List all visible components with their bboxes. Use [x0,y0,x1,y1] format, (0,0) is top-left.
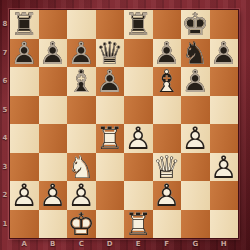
piece-black-rook: ♜♖ [124,10,153,39]
rank-label-2: 2 [0,181,10,210]
rank-label-3: 3 [0,153,10,182]
square-c5[interactable] [67,96,96,125]
square-h3[interactable]: ♟♙ [210,153,239,182]
rank-label-7: 7 [0,39,10,68]
board: ♜♖♜♖♚♔♟♙♟♙♟♙♛♕♟♙♞♘♟♙♝♗♟♙♝♗♟♙♜♖♟♙♟♙♞♘♛♕♟♙… [10,10,238,238]
rank-label-5: 5 [0,96,10,125]
square-g4[interactable]: ♟♙ [181,124,210,153]
rank-label-8: 8 [0,10,10,39]
file-label-h: H [210,238,239,250]
square-e7[interactable] [124,39,153,68]
piece-black-pawn: ♟♙ [181,67,210,96]
rank-coordinates: 87654321 [0,10,10,238]
square-a2[interactable]: ♟♙ [10,181,39,210]
square-d3[interactable] [96,153,125,182]
square-e3[interactable] [124,153,153,182]
rank-label-1: 1 [0,210,10,239]
square-h5[interactable] [210,96,239,125]
piece-white-pawn: ♟♙ [210,153,239,182]
piece-white-pawn: ♟♙ [181,124,210,153]
square-b1[interactable] [39,210,68,239]
square-a4[interactable] [10,124,39,153]
square-g6[interactable]: ♟♙ [181,67,210,96]
piece-black-pawn: ♟♙ [210,39,239,68]
square-a7[interactable]: ♟♙ [10,39,39,68]
square-f2[interactable]: ♟♙ [153,181,182,210]
piece-white-bishop: ♝♗ [153,67,182,96]
square-d2[interactable] [96,181,125,210]
rank-label-4: 4 [0,124,10,153]
square-d6[interactable]: ♟♙ [96,67,125,96]
piece-white-pawn: ♟♙ [10,181,39,210]
file-label-c: C [67,238,96,250]
square-d1[interactable] [96,210,125,239]
square-b6[interactable] [39,67,68,96]
piece-white-rook: ♜♖ [124,210,153,239]
square-e4[interactable]: ♟♙ [124,124,153,153]
square-f5[interactable] [153,96,182,125]
file-label-d: D [96,238,125,250]
square-g3[interactable] [181,153,210,182]
square-c6[interactable]: ♝♗ [67,67,96,96]
square-d4[interactable]: ♜♖ [96,124,125,153]
square-h7[interactable]: ♟♙ [210,39,239,68]
file-coordinates: ABCDEFGH [10,238,238,250]
square-g2[interactable] [181,181,210,210]
piece-white-king: ♚♔ [67,210,96,239]
file-label-a: A [10,238,39,250]
square-b5[interactable] [39,96,68,125]
piece-white-pawn: ♟♙ [124,124,153,153]
square-b4[interactable] [39,124,68,153]
chess-diagram: 87654321 ♜♖♜♖♚♔♟♙♟♙♟♙♛♕♟♙♞♘♟♙♝♗♟♙♝♗♟♙♜♖♟… [0,0,250,250]
square-e1[interactable]: ♜♖ [124,210,153,239]
file-label-g: G [181,238,210,250]
square-e6[interactable] [124,67,153,96]
square-c1[interactable]: ♚♔ [67,210,96,239]
square-g1[interactable] [181,210,210,239]
square-f1[interactable] [153,210,182,239]
square-b7[interactable]: ♟♙ [39,39,68,68]
square-h2[interactable] [210,181,239,210]
file-label-e: E [124,238,153,250]
piece-black-pawn: ♟♙ [39,39,68,68]
square-f6[interactable]: ♝♗ [153,67,182,96]
square-h1[interactable] [210,210,239,239]
square-a5[interactable] [10,96,39,125]
piece-white-pawn: ♟♙ [153,181,182,210]
piece-black-pawn: ♟♙ [96,67,125,96]
rank-label-6: 6 [0,67,10,96]
piece-black-pawn: ♟♙ [10,39,39,68]
file-label-b: B [39,238,68,250]
square-e8[interactable]: ♜♖ [124,10,153,39]
square-h6[interactable] [210,67,239,96]
piece-black-bishop: ♝♗ [67,67,96,96]
piece-white-rook: ♜♖ [96,124,125,153]
square-a6[interactable] [10,67,39,96]
square-b2[interactable]: ♟♙ [39,181,68,210]
piece-white-pawn: ♟♙ [39,181,68,210]
square-a1[interactable] [10,210,39,239]
file-label-f: F [153,238,182,250]
